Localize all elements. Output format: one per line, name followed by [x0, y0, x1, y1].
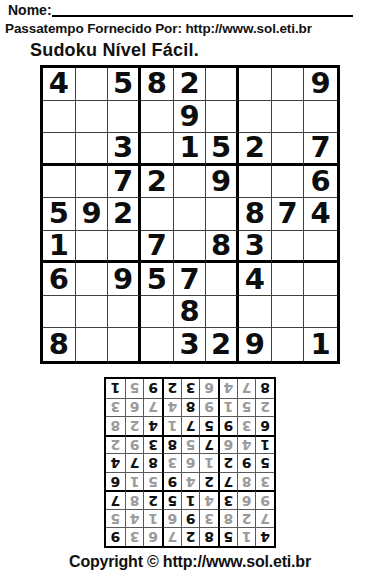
puzzle-cell-r7c2 [76, 263, 109, 296]
solution-cell-r8c4: 9 [199, 398, 218, 417]
puzzle-cell-r6c4: 7 [141, 231, 174, 264]
solution-cell-r6c4: 7 [199, 435, 218, 454]
puzzle-cell-r9c5: 3 [174, 328, 207, 361]
puzzle-cell-r3c1 [43, 133, 76, 166]
puzzle-cell-r8c5: 8 [174, 296, 207, 329]
solution-cell-r8c3: 1 [218, 398, 237, 417]
puzzle-cell-r5c6 [206, 198, 239, 231]
solution-cell-r6c3: 6 [218, 435, 237, 454]
solution-cell-r5c9: 4 [106, 453, 125, 472]
solution-cell-r7c5: 7 [181, 416, 200, 435]
puzzle-cell-r3c5: 1 [174, 133, 207, 166]
puzzle-cell-r2c5: 9 [174, 101, 207, 134]
puzzle-cell-r4c2 [76, 166, 109, 199]
puzzle-cell-r6c6: 8 [206, 231, 239, 264]
puzzle-cell-r5c2: 9 [76, 198, 109, 231]
puzzle-cell-r9c6: 2 [206, 328, 239, 361]
solution-cell-r9c4: 6 [199, 379, 218, 398]
solution-cell-r1c8: 3 [125, 527, 144, 546]
solution-cell-r9c6: 2 [162, 379, 181, 398]
puzzle-cell-r7c6 [206, 263, 239, 296]
solution-cell-r3c4: 4 [199, 490, 218, 509]
puzzle-cell-r9c4 [141, 328, 174, 361]
puzzle-cell-r1c3: 5 [108, 68, 141, 101]
puzzle-cell-r1c8 [272, 68, 305, 101]
solution-cell-r7c2: 3 [237, 416, 256, 435]
solution-cell-r3c9: 7 [106, 490, 125, 509]
solution-cell-r4c3: 7 [218, 472, 237, 491]
solution-cell-r2c6: 6 [162, 509, 181, 528]
page-title: Sudoku Nível Fácil. [30, 40, 199, 61]
puzzle-cell-r2c7 [239, 101, 272, 134]
solution-cell-r1c4: 8 [199, 527, 218, 546]
solution-cell-r2c2: 2 [237, 509, 256, 528]
solution-cell-r3c3: 3 [218, 490, 237, 509]
solution-cell-r3c2: 6 [237, 490, 256, 509]
puzzle-cell-r9c7: 9 [239, 328, 272, 361]
puzzle-cell-r4c4: 2 [141, 166, 174, 199]
solution-cell-r6c8: 9 [125, 435, 144, 454]
solution-cell-r6c5: 5 [181, 435, 200, 454]
solution-cell-r1c7: 6 [143, 527, 162, 546]
puzzle-cell-r8c1 [43, 296, 76, 329]
solution-cell-r4c4: 2 [199, 472, 218, 491]
puzzle-cell-r1c7 [239, 68, 272, 101]
puzzle-cell-r7c9 [304, 263, 337, 296]
solution-cell-r3c5: 1 [181, 490, 200, 509]
solution-cell-r6c9: 2 [106, 435, 125, 454]
solution-cell-r8c6: 4 [162, 398, 181, 417]
solution-cell-r5c7: 8 [143, 453, 162, 472]
solution-cell-r4c9: 6 [106, 472, 125, 491]
solution-cell-r6c7: 3 [143, 435, 162, 454]
name-label: Nome: [8, 2, 52, 18]
solution-cell-r5c8: 7 [125, 453, 144, 472]
solution-cell-r9c8: 5 [125, 379, 144, 398]
solution-cell-r9c7: 9 [143, 379, 162, 398]
solution-cell-r4c1: 3 [255, 472, 274, 491]
solution-cell-r4c7: 5 [143, 472, 162, 491]
solution-cell-r5c2: 9 [237, 453, 256, 472]
solution-cell-r1c2: 1 [237, 527, 256, 546]
puzzle-cell-r8c6 [206, 296, 239, 329]
puzzle-cell-r8c9 [304, 296, 337, 329]
puzzle-cell-r4c5 [174, 166, 207, 199]
solution-cell-r7c8: 2 [125, 416, 144, 435]
solution-cell-r3c1: 9 [255, 490, 274, 509]
puzzle-cell-r3c6: 5 [206, 133, 239, 166]
puzzle-cell-r1c9: 9 [304, 68, 337, 101]
puzzle-cell-r2c2 [76, 101, 109, 134]
solution-cell-r4c5: 4 [181, 472, 200, 491]
puzzle-cell-r1c6 [206, 68, 239, 101]
solution-cell-r2c7: 1 [143, 509, 162, 528]
solution-cell-r9c5: 3 [181, 379, 200, 398]
solution-cell-r7c4: 5 [199, 416, 218, 435]
solution-cell-r3c6: 5 [162, 490, 181, 509]
puzzle-cell-r6c2 [76, 231, 109, 264]
puzzle-cell-r7c3: 9 [108, 263, 141, 296]
solution-cell-r2c1: 7 [255, 509, 274, 528]
solution-cell-r4c2: 8 [237, 472, 256, 491]
solution-cell-r7c1: 6 [255, 416, 274, 435]
solution-cell-r2c8: 4 [125, 509, 144, 528]
puzzle-cell-r7c4: 5 [141, 263, 174, 296]
puzzle-cell-r3c2 [76, 133, 109, 166]
puzzle-cell-r6c8 [272, 231, 305, 264]
puzzle-cell-r7c5: 7 [174, 263, 207, 296]
solution-cell-r2c3: 8 [218, 509, 237, 528]
solution-cell-r7c7: 4 [143, 416, 162, 435]
solution-cell-r6c1: 1 [255, 435, 274, 454]
solution-cell-r5c3: 2 [218, 453, 237, 472]
puzzle-cell-r2c4 [141, 101, 174, 134]
solution-cell-r9c9: 1 [106, 379, 125, 398]
puzzle-cell-r1c5: 2 [174, 68, 207, 101]
puzzle-cell-r5c5 [174, 198, 207, 231]
puzzle-cell-r9c1: 8 [43, 328, 76, 361]
puzzle-cell-r5c8: 7 [272, 198, 305, 231]
puzzle-cell-r7c1: 6 [43, 263, 76, 296]
solution-cell-r9c3: 4 [218, 379, 237, 398]
solution-cell-r6c2: 4 [237, 435, 256, 454]
puzzle-cell-r1c1: 4 [43, 68, 76, 101]
puzzle-cell-r8c3 [108, 296, 141, 329]
puzzle-cell-r3c4 [141, 133, 174, 166]
solution-cell-r1c9: 9 [106, 527, 125, 546]
solution-cell-r4c8: 1 [125, 472, 144, 491]
solution-cell-r2c5: 9 [181, 509, 200, 528]
puzzle-cell-r6c9 [304, 231, 337, 264]
copyright-text: Copyright © http://www.sol.eti.br [0, 553, 380, 571]
puzzle-cell-r3c9: 7 [304, 133, 337, 166]
puzzle-cell-r6c3 [108, 231, 141, 264]
solution-cell-r8c8: 6 [125, 398, 144, 417]
solution-grid-rotated-180: 4158276397283961459634152873872495165921… [104, 377, 276, 548]
puzzle-cell-r4c1 [43, 166, 76, 199]
solution-cell-r1c5: 2 [181, 527, 200, 546]
solution-cell-r3c8: 8 [125, 490, 144, 509]
solution-cell-r2c4: 3 [199, 509, 218, 528]
puzzle-cell-r9c8 [272, 328, 305, 361]
puzzle-cell-r8c2 [76, 296, 109, 329]
puzzle-cell-r4c7 [239, 166, 272, 199]
solution-cell-r8c2: 5 [237, 398, 256, 417]
solution-cell-r9c2: 7 [237, 379, 256, 398]
solution-cell-r7c9: 8 [106, 416, 125, 435]
solution-cell-r5c1: 5 [255, 453, 274, 472]
solution-cell-r8c1: 2 [255, 398, 274, 417]
solution-cell-r2c9: 5 [106, 509, 125, 528]
puzzle-cell-r7c7: 4 [239, 263, 272, 296]
puzzle-cell-r6c5 [174, 231, 207, 264]
sudoku-worksheet-page: { "game": "sudoku", "header": { "name_la… [0, 0, 380, 585]
solution-cell-r5c5: 6 [181, 453, 200, 472]
puzzle-cell-r8c8 [272, 296, 305, 329]
solution-cell-r8c9: 3 [106, 398, 125, 417]
name-underline [52, 0, 353, 17]
puzzle-cell-r8c4 [141, 296, 174, 329]
solution-cell-r6c6: 8 [162, 435, 181, 454]
puzzle-cell-r9c2 [76, 328, 109, 361]
puzzle-cell-r9c9: 1 [304, 328, 337, 361]
puzzle-cell-r2c8 [272, 101, 305, 134]
puzzle-cell-r6c7: 3 [239, 231, 272, 264]
puzzle-cell-r4c3: 7 [108, 166, 141, 199]
solution-cell-r9c1: 8 [255, 379, 274, 398]
solution-cell-r8c7: 7 [143, 398, 162, 417]
puzzle-cell-r7c8 [272, 263, 305, 296]
puzzle-cell-r2c6 [206, 101, 239, 134]
solution-cell-r1c3: 5 [218, 527, 237, 546]
solution-cell-r7c6: 1 [162, 416, 181, 435]
solution-cell-r1c1: 4 [255, 527, 274, 546]
puzzle-cell-r5c4 [141, 198, 174, 231]
solution-cell-r3c7: 2 [143, 490, 162, 509]
solution-cell-r7c3: 9 [218, 416, 237, 435]
provider-line: Passatempo Fornecido Por: http://www.sol… [5, 21, 312, 36]
puzzle-cell-r5c1: 5 [43, 198, 76, 231]
puzzle-cell-r1c4: 8 [141, 68, 174, 101]
puzzle-cell-r3c3: 3 [108, 133, 141, 166]
solution-cell-r5c6: 3 [162, 453, 181, 472]
puzzle-cell-r4c8 [272, 166, 305, 199]
puzzle-grid: 458299315277296592874178369574883291 [40, 65, 340, 364]
puzzle-cell-r4c6: 9 [206, 166, 239, 199]
solution-cell-r1c6: 7 [162, 527, 181, 546]
puzzle-cell-r2c3 [108, 101, 141, 134]
solution-cell-r4c6: 9 [162, 472, 181, 491]
puzzle-cell-r1c2 [76, 68, 109, 101]
puzzle-cell-r8c7 [239, 296, 272, 329]
puzzle-cell-r2c1 [43, 101, 76, 134]
puzzle-cell-r3c7: 2 [239, 133, 272, 166]
puzzle-cell-r5c9: 4 [304, 198, 337, 231]
puzzle-cell-r6c1: 1 [43, 231, 76, 264]
solution-cell-r5c4: 1 [199, 453, 218, 472]
puzzle-cell-r5c3: 2 [108, 198, 141, 231]
puzzle-cell-r2c9 [304, 101, 337, 134]
puzzle-cell-r9c3 [108, 328, 141, 361]
puzzle-cell-r3c8 [272, 133, 305, 166]
puzzle-cell-r4c9: 6 [304, 166, 337, 199]
puzzle-cell-r5c7: 8 [239, 198, 272, 231]
solution-cell-r8c5: 8 [181, 398, 200, 417]
